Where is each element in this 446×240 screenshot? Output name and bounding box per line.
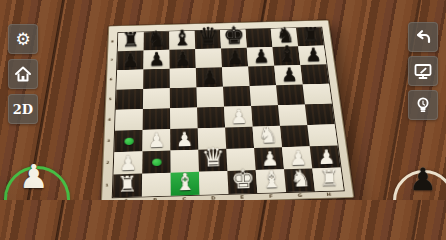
square-b4[interactable] [143,108,171,130]
square-h6[interactable] [300,64,329,84]
square-h5[interactable] [303,84,332,105]
square-e8[interactable]: ♚ [220,29,247,48]
square-b6[interactable] [143,69,170,89]
square-g2[interactable]: ♟ [282,146,312,169]
white-pawn-b3: ♟ [147,130,165,150]
black-queen-d8: ♛ [197,24,219,48]
square-g1[interactable]: ♞ [284,168,315,192]
square-g4[interactable] [278,104,307,125]
undo-arrow-icon [414,28,432,46]
file-label-e: E [228,194,257,200]
undo-button[interactable] [408,22,438,52]
square-a5[interactable] [116,89,143,110]
square-g8[interactable]: ♞ [271,28,298,47]
black-rook-a8: ♜ [121,30,140,51]
white-pawn-f2: ♟ [260,149,278,169]
legal-move-dot-b2[interactable] [152,158,161,166]
square-g3[interactable] [280,125,310,147]
black-pawn-g6: ♟ [280,65,297,84]
white-pawn-a2: ♟ [118,153,137,174]
file-labels: ABCDEFGH [109,21,328,27]
file-label-g: G [285,192,314,198]
white-pawn-h2: ♟ [317,147,335,167]
rank-labels: 87654321 [109,21,328,27]
square-a7[interactable]: ♟ [117,51,143,71]
rank-label-8: 8 [111,32,115,50]
square-b8[interactable]: ♞ [144,32,170,51]
rank-label-5: 5 [108,89,112,109]
rank-label-1: 1 [105,174,109,197]
square-e2[interactable] [226,148,255,171]
square-d5[interactable] [196,87,224,108]
rank-label-6: 6 [109,70,113,90]
square-d3[interactable] [198,127,227,149]
square-f3[interactable]: ♞ [253,126,282,148]
square-b3[interactable]: ♟ [142,129,170,151]
white-pawn-c3: ♟ [175,129,193,149]
square-a8[interactable]: ♜ [118,32,144,51]
square-a1[interactable]: ♜ [113,174,142,198]
rank-label-7: 7 [110,51,114,70]
square-e7[interactable]: ♟ [221,48,248,68]
settings-button[interactable]: ⚙ [8,24,38,54]
square-g6[interactable]: ♟ [274,65,302,85]
square-c7[interactable]: ♟ [169,49,195,69]
square-f7[interactable]: ♟ [247,47,274,67]
square-d4[interactable] [197,107,225,129]
square-h8[interactable]: ♜ [296,27,324,46]
black-turn-pawn-indicator: ♟ [409,164,437,195]
chess-app-screen: { "game": "chess", "app": { "view_mode_l… [0,0,446,200]
square-f1[interactable]: ♝ [256,169,286,193]
white-pawn-e4: ♟ [230,107,248,127]
rank-label-2: 2 [106,152,110,174]
square-b7[interactable]: ♟ [143,50,169,70]
black-king-e8: ♚ [222,23,244,47]
square-d8[interactable]: ♛ [195,30,221,49]
file-label-h: H [314,191,343,197]
square-g7[interactable]: ♝ [272,46,300,66]
white-pawn-g2: ♟ [289,148,307,168]
square-d6[interactable]: ♟ [196,67,223,87]
square-h2[interactable]: ♟ [310,146,341,169]
square-d2[interactable]: ♛ [198,149,227,172]
screen-analysis-button[interactable] [408,56,438,86]
square-e4[interactable]: ♟ [224,106,252,128]
black-knight-b8: ♞ [147,28,166,50]
black-knight-g8: ♞ [275,25,294,46]
square-c2[interactable] [170,150,199,173]
white-knight-f3: ♞ [257,124,278,147]
board-grid: ♜♞♝♛♚♞♜♟♟♟♟♟♝♟♟♟♟♟♟♞♟♛♟♟♟♜♝♚♝♞♜ [112,27,345,199]
black-pawn-a7: ♟ [121,50,138,69]
white-bishop-c1: ♝ [174,171,196,195]
view-toggle-label: 2D [13,102,33,117]
square-c3[interactable]: ♟ [170,128,198,150]
white-rook-h1: ♜ [319,167,340,190]
square-e1[interactable]: ♚ [227,170,257,194]
square-a2[interactable]: ♟ [114,151,143,174]
square-g5[interactable] [276,84,305,105]
square-h4[interactable] [305,104,335,125]
square-b2[interactable] [142,151,170,174]
black-pawn-c7: ♟ [174,49,191,68]
square-e5[interactable] [223,86,251,107]
white-turn-pawn-indicator: ♟ [19,160,49,193]
black-bishop-c8: ♝ [172,28,191,50]
square-c8[interactable]: ♝ [169,31,195,50]
board-frame: ABCDEFGH 87654321 ♜♞♝♛♚♞♜♟♟♟♟♟♝♟♟♟♟♟♟♞♟♛… [101,20,355,200]
file-label-f: F [256,193,285,199]
view-toggle-2d-button[interactable]: 2D [8,94,38,124]
square-f4[interactable] [251,105,280,126]
white-bishop-f1: ♝ [261,168,283,192]
file-label-d: D [199,195,228,200]
black-rook-h8: ♜ [301,25,319,45]
square-c4[interactable] [170,108,198,130]
home-icon [14,65,32,83]
square-h7[interactable]: ♟ [298,46,326,65]
black-pawn-f7: ♟ [252,47,269,66]
square-d7[interactable] [195,48,222,68]
square-f2[interactable]: ♟ [254,147,284,170]
square-f6[interactable] [248,66,276,86]
black-pawn-e7: ♟ [226,48,243,67]
black-pawn-b7: ♟ [148,50,165,69]
legal-move-dot-a3[interactable] [124,137,133,144]
square-e3[interactable] [225,127,254,149]
hint-button[interactable] [408,90,438,120]
square-f5[interactable] [250,85,278,106]
square-c6[interactable] [170,68,197,88]
square-c5[interactable] [170,87,197,108]
rank-label-3: 3 [107,130,111,152]
home-button[interactable] [8,59,38,89]
white-king-e1: ♚ [230,166,255,193]
chess-board-3d: ABCDEFGH 87654321 ♜♞♝♛♚♞♜♟♟♟♟♟♝♟♟♟♟♟♟♞♟♛… [101,20,355,200]
square-a4[interactable] [115,109,143,131]
rank-label-4: 4 [107,109,111,130]
square-e6[interactable] [222,66,250,86]
square-h1[interactable]: ♜ [312,168,343,192]
square-h3[interactable] [307,124,337,146]
white-knight-g1: ♞ [289,167,311,191]
white-rook-a1: ♜ [117,173,138,196]
gear-icon: ⚙ [15,29,30,49]
square-a6[interactable] [116,69,143,89]
monitor-icon [414,62,432,80]
lightbulb-icon [414,96,432,114]
square-c1[interactable]: ♝ [171,172,200,196]
black-pawn-h7: ♟ [305,45,322,64]
square-b5[interactable] [143,88,170,109]
square-b1[interactable] [142,173,171,197]
square-d1[interactable] [199,171,229,195]
black-pawn-d6: ♟ [201,67,218,86]
square-a3[interactable] [114,130,142,152]
square-f8[interactable] [245,29,272,48]
